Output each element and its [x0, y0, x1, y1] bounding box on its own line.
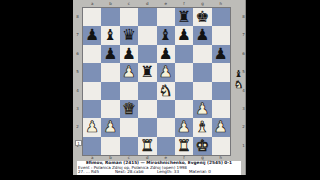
white-pawn-b2: ♟	[101, 118, 119, 136]
square-b3[interactable]	[101, 100, 119, 118]
square-a3[interactable]	[83, 100, 101, 118]
material-black-bishop-icon: ♝	[233, 68, 245, 79]
square-g8[interactable]: ♚	[193, 8, 211, 26]
black-rook-f8: ♜	[175, 8, 193, 26]
square-h5[interactable]	[212, 63, 230, 81]
white-rook-d1: ♜	[138, 137, 156, 155]
black-pawn-a7: ♟	[83, 26, 101, 44]
square-a4[interactable]	[83, 82, 101, 100]
square-d4[interactable]	[138, 82, 156, 100]
square-h6[interactable]: ♟	[212, 45, 230, 63]
chess-gui-panel: abcdefgh 87654321 ♜♚♟♝♛♝♟♟♟♟♟♟♟♜♟♞♛♟♟♟♟♝…	[73, 0, 246, 175]
coord-label-1: 1	[240, 137, 247, 155]
square-d3[interactable]	[138, 100, 156, 118]
material-white-knight-icon: ♞	[233, 79, 245, 90]
coord-label-3: 3	[74, 100, 81, 118]
chess-board: ♜♚♟♝♛♝♟♟♟♟♟♟♟♜♟♞♛♟♟♟♟♝♟♜♜♚	[83, 8, 230, 155]
white-king-g1: ♚	[193, 137, 211, 155]
game-info-strip: Efimov, Roman (2415) — Miroshnichenko, E…	[77, 161, 241, 175]
square-f8[interactable]: ♜	[175, 8, 193, 26]
square-b1[interactable]	[101, 137, 119, 155]
square-e5[interactable]: ♟	[157, 63, 175, 81]
square-d1[interactable]: ♜	[138, 137, 156, 155]
square-e4[interactable]: ♞	[157, 82, 175, 100]
square-a8[interactable]	[83, 8, 101, 26]
square-h3[interactable]	[212, 100, 230, 118]
coord-label-8: 8	[74, 8, 81, 26]
material-count-text: Material: 0	[189, 170, 211, 174]
coord-label-2: 2	[74, 118, 81, 136]
coord-label-a: a	[83, 1, 101, 7]
coord-label-3: 3	[240, 100, 247, 118]
square-g1[interactable]: ♚	[193, 137, 211, 155]
white-pawn-e5: ♟	[157, 63, 175, 81]
square-e8[interactable]	[157, 8, 175, 26]
square-c5[interactable]: ♟	[120, 63, 138, 81]
square-h1[interactable]	[212, 137, 230, 155]
video-frame: { "game": "chess", "position": { "fen": …	[0, 0, 320, 180]
square-b8[interactable]	[101, 8, 119, 26]
square-c1[interactable]	[120, 137, 138, 155]
square-c6[interactable]: ♟	[120, 45, 138, 63]
square-c3[interactable]: ♛	[120, 100, 138, 118]
square-a6[interactable]	[83, 45, 101, 63]
square-h4[interactable]	[212, 82, 230, 100]
square-f2[interactable]: ♟	[175, 118, 193, 136]
black-queen-c7: ♛	[120, 26, 138, 44]
coord-label-f: f	[175, 1, 193, 7]
white-pawn-h2: ♟	[212, 118, 230, 136]
black-bishop-e7: ♝	[157, 26, 175, 44]
material-imbalance-tray: ♝ ♞	[231, 68, 246, 92]
square-e1[interactable]	[157, 137, 175, 155]
square-e3[interactable]	[157, 100, 175, 118]
square-g7[interactable]: ♟	[193, 26, 211, 44]
white-rook-f1: ♜	[175, 137, 193, 155]
black-pawn-e6: ♟	[157, 45, 175, 63]
square-f7[interactable]: ♟	[175, 26, 193, 44]
coord-label-h: h	[212, 1, 230, 7]
move-status-line: 27. ... Rd5 Next: 28.cxb6 Length: 33 Mat…	[77, 170, 241, 174]
square-g5[interactable]	[193, 63, 211, 81]
square-c2[interactable]	[120, 118, 138, 136]
square-e7[interactable]: ♝	[157, 26, 175, 44]
square-a2[interactable]: ♟	[83, 118, 101, 136]
square-d8[interactable]	[138, 8, 156, 26]
square-f5[interactable]	[175, 63, 193, 81]
square-b6[interactable]: ♟	[101, 45, 119, 63]
square-g2[interactable]: ♝	[193, 118, 211, 136]
black-bishop-b7: ♝	[101, 26, 119, 44]
black-pawn-g7: ♟	[193, 26, 211, 44]
black-pawn-f7: ♟	[175, 26, 193, 44]
coord-label-7: 7	[240, 26, 247, 44]
square-c8[interactable]	[120, 8, 138, 26]
square-d6[interactable]	[138, 45, 156, 63]
square-f3[interactable]	[175, 100, 193, 118]
square-d2[interactable]	[138, 118, 156, 136]
square-d5[interactable]: ♜	[138, 63, 156, 81]
black-pawn-h6: ♟	[212, 45, 230, 63]
coord-label-e: e	[157, 1, 175, 7]
white-knight-e4: ♞	[157, 82, 175, 100]
coord-label-6: 6	[240, 45, 247, 63]
square-b7[interactable]: ♝	[101, 26, 119, 44]
square-f1[interactable]: ♜	[175, 137, 193, 155]
file-labels-top: abcdefgh	[83, 1, 230, 7]
square-c4[interactable]	[120, 82, 138, 100]
white-queen-c3: ♛	[120, 100, 138, 118]
square-e6[interactable]: ♟	[157, 45, 175, 63]
square-g3[interactable]: ♟	[193, 100, 211, 118]
last-move-text: 27. ... Rd5	[78, 170, 115, 174]
square-h2[interactable]: ♟	[212, 118, 230, 136]
square-e2[interactable]	[157, 118, 175, 136]
square-h8[interactable]	[212, 8, 230, 26]
white-pawn-c5: ♟	[120, 63, 138, 81]
square-f6[interactable]	[175, 45, 193, 63]
black-pawn-b6: ♟	[101, 45, 119, 63]
black-rook-d5: ♜	[138, 63, 156, 81]
square-h7[interactable]	[212, 26, 230, 44]
coord-label-d: d	[138, 1, 156, 7]
coord-label-b: b	[101, 1, 119, 7]
square-g4[interactable]	[193, 82, 211, 100]
square-a7[interactable]: ♟	[83, 26, 101, 44]
square-a5[interactable]	[83, 63, 101, 81]
coord-label-2: 2	[240, 118, 247, 136]
white-pawn-a2: ♟	[83, 118, 101, 136]
white-pawn-g3: ♟	[193, 100, 211, 118]
square-g6[interactable]	[193, 45, 211, 63]
black-pawn-c6: ♟	[120, 45, 138, 63]
coord-label-6: 6	[74, 45, 81, 63]
coord-label-c: c	[120, 1, 138, 7]
coord-label-8: 8	[240, 8, 247, 26]
square-b5[interactable]	[101, 63, 119, 81]
coord-label-4: 4	[74, 82, 81, 100]
next-move-text: Next: 28.cxb6	[115, 170, 157, 174]
square-b2[interactable]: ♟	[101, 118, 119, 136]
coord-label-5: 5	[74, 63, 81, 81]
square-c7[interactable]: ♛	[120, 26, 138, 44]
game-length-text: Length: 33	[157, 170, 189, 174]
rank-labels-left: 87654321	[74, 8, 81, 155]
coord-label-g: g	[193, 1, 211, 7]
square-a1[interactable]	[83, 137, 101, 155]
white-pawn-f2: ♟	[175, 118, 193, 136]
coord-label-7: 7	[74, 26, 81, 44]
black-king-g8: ♚	[193, 8, 211, 26]
square-f4[interactable]	[175, 82, 193, 100]
white-bishop-g2: ♝	[193, 118, 211, 136]
square-b4[interactable]	[101, 82, 119, 100]
square-d7[interactable]	[138, 26, 156, 44]
rank-marker: 1	[75, 140, 82, 146]
